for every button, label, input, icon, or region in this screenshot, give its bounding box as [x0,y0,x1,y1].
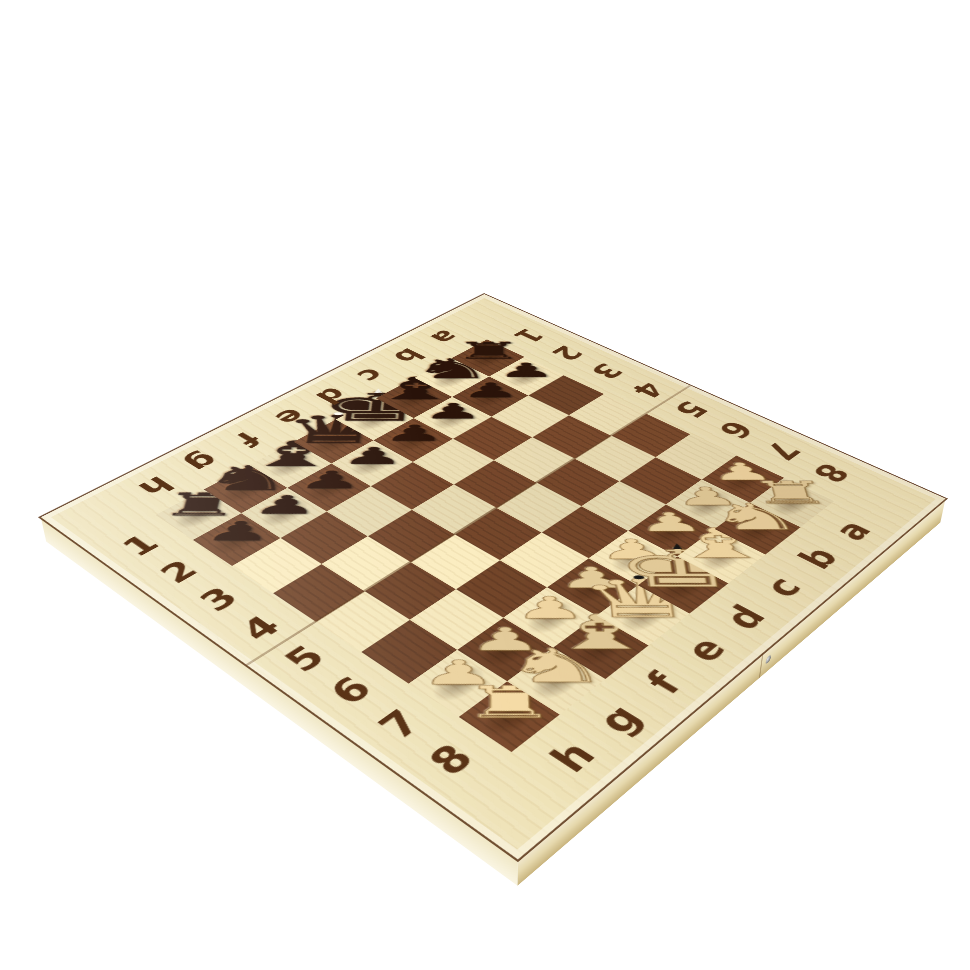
board-top-surface: ♜♞♝♛♚♝♞♜♟♟♟♟♟♟♟♟♟♟♟♟♟♟♟♟♜♞♝♛♚♝♞♜ 11hh22g… [41,294,946,859]
piece-dark-pawn-a2[interactable]: ♟ [456,361,597,380]
piece-light-knight-b8[interactable]: ♞ [672,500,841,535]
square-g4[interactable] [322,536,411,591]
hinge-screw-icon [765,654,771,665]
piece-light-pawn-c7[interactable]: ♟ [588,510,754,535]
chess-board-box: ♜♞♝♛♚♝♞♜♟♟♟♟♟♟♟♟♟♟♟♟♟♟♟♟♜♞♝♛♚♝♞♜ 11hh22g… [41,294,946,859]
product-photo-scene: ♜♞♝♛♚♝♞♜♟♟♟♟♟♟♟♟♟♟♟♟♟♟♟♟♜♞♝♛♚♝♞♜ 11hh22g… [0,0,970,970]
piece-light-bishop-c8[interactable]: ♝ [634,524,807,563]
rank-label-right-6: 6 [691,405,780,455]
fold-seam-edge [759,652,764,678]
